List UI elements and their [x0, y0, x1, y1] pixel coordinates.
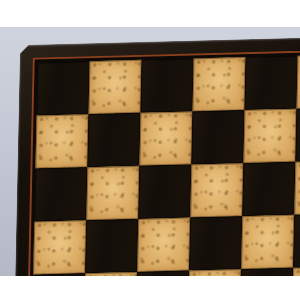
- square-light: [137, 218, 190, 272]
- square-dark: [293, 213, 300, 267]
- board-grid: [29, 52, 300, 276]
- square-light: [241, 215, 294, 269]
- square-dark: [240, 268, 293, 276]
- square-light: [35, 114, 88, 168]
- square-light: [243, 109, 296, 163]
- square-light: [86, 166, 139, 220]
- page-background: { "game": "chess", "scene": "overhead pr…: [0, 0, 300, 300]
- square-dark: [191, 110, 244, 164]
- product-photo: [0, 27, 300, 276]
- chessboard: [10, 33, 300, 276]
- pinstripe-inlay: [24, 47, 300, 276]
- square-light: [188, 269, 241, 276]
- square-light: [33, 220, 86, 274]
- square-dark: [242, 162, 295, 216]
- square-light: [84, 272, 137, 276]
- square-light: [297, 54, 300, 108]
- square-light: [139, 111, 192, 165]
- square-dark: [138, 165, 191, 219]
- square-light: [294, 160, 300, 214]
- square-dark: [87, 113, 140, 167]
- square-dark: [295, 107, 300, 161]
- square-dark: [32, 273, 85, 276]
- square-dark: [245, 56, 298, 110]
- square-light: [190, 163, 243, 217]
- square-dark: [189, 216, 242, 270]
- square-dark: [136, 271, 189, 276]
- square-dark: [85, 219, 138, 273]
- square-light: [292, 266, 300, 276]
- square-light: [89, 60, 142, 114]
- square-light: [193, 57, 246, 111]
- square-dark: [37, 61, 90, 115]
- square-dark: [141, 58, 194, 112]
- square-dark: [34, 167, 87, 221]
